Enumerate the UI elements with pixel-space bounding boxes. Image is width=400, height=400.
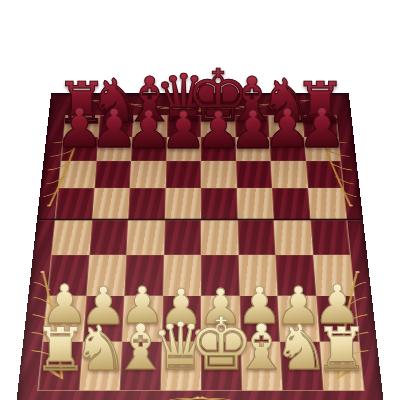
square-g6[interactable] — [271, 161, 308, 188]
square-e6[interactable] — [201, 161, 237, 188]
piece-black-pawn-h7[interactable]: ♟ — [298, 102, 347, 156]
square-e4[interactable] — [201, 219, 238, 255]
square-d6[interactable] — [165, 161, 201, 188]
square-g4[interactable] — [274, 219, 313, 255]
piece-white-rook-h1[interactable]: ♜ — [315, 320, 369, 380]
square-d5[interactable] — [165, 188, 201, 219]
board-hinge-seam — [37, 219, 363, 221]
gold-flourish-icon — [189, 393, 364, 400]
square-c4[interactable] — [126, 219, 164, 255]
square-f6[interactable] — [236, 161, 272, 188]
square-f4[interactable] — [237, 219, 275, 255]
square-b5[interactable] — [92, 188, 130, 219]
square-c6[interactable] — [130, 161, 166, 188]
square-g5[interactable] — [272, 188, 310, 219]
square-e5[interactable] — [201, 188, 237, 219]
product-photo-scene: ♜♞♝♛♚♝♞♜♟♟♟♟♟♟♟♟♟♟♟♟♟♟♟♟♜♞♝♛♚♝♞♜ — [0, 0, 400, 400]
square-c5[interactable] — [128, 188, 165, 219]
square-b6[interactable] — [94, 161, 131, 188]
square-b4[interactable] — [89, 219, 128, 255]
square-h4[interactable] — [310, 219, 350, 255]
square-d4[interactable] — [164, 219, 201, 255]
square-f5[interactable] — [236, 188, 273, 219]
gold-flourish-icon — [36, 393, 211, 400]
square-a4[interactable] — [52, 219, 92, 255]
